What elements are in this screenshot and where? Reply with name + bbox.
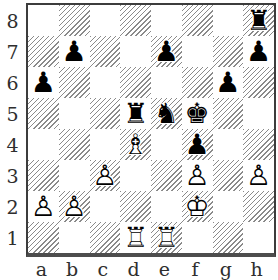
square-a8[interactable] (28, 5, 59, 36)
square-c7[interactable] (90, 36, 121, 67)
square-g6[interactable]: ♟ (213, 67, 244, 98)
rank-labels: 87654321 (0, 5, 25, 253)
rank-label-3: 3 (0, 160, 25, 191)
square-f3[interactable]: ♙ (182, 160, 213, 191)
square-d2[interactable] (120, 191, 151, 222)
file-label-e: e (149, 257, 180, 280)
square-c2[interactable] (90, 191, 121, 222)
file-label-a: a (26, 257, 57, 280)
black-rook: ♜ (243, 5, 274, 36)
square-f7[interactable] (182, 36, 213, 67)
black-pawn: ♟ (59, 36, 90, 67)
square-a7[interactable] (28, 36, 59, 67)
square-g1[interactable] (213, 222, 244, 253)
chess-board: ♜♟♟♟♟♟♜♞♚♗♟♙♙♙♙♙♔♖♖ (26, 3, 276, 257)
file-label-c: c (88, 257, 119, 280)
black-pawn: ♟ (151, 36, 182, 67)
white-bishop: ♗ (120, 129, 151, 160)
white-rook: ♖ (151, 222, 182, 253)
square-c6[interactable] (90, 67, 121, 98)
square-e3[interactable] (151, 160, 182, 191)
white-pawn: ♙ (182, 160, 213, 191)
square-b7[interactable]: ♟ (59, 36, 90, 67)
square-h8[interactable]: ♜ (243, 5, 274, 36)
square-c5[interactable] (90, 98, 121, 129)
square-d4[interactable]: ♗ (120, 129, 151, 160)
square-f4[interactable]: ♟ (182, 129, 213, 160)
square-f5[interactable]: ♚ (182, 98, 213, 129)
rank-label-7: 7 (0, 36, 25, 67)
file-labels: abcdefgh (26, 257, 272, 280)
rank-label-2: 2 (0, 191, 25, 222)
file-label-d: d (118, 257, 149, 280)
white-rook: ♖ (120, 222, 151, 253)
square-b3[interactable] (59, 160, 90, 191)
square-a1[interactable] (28, 222, 59, 253)
square-d6[interactable] (120, 67, 151, 98)
file-label-b: b (57, 257, 88, 280)
square-c3[interactable]: ♙ (90, 160, 121, 191)
square-a6[interactable]: ♟ (28, 67, 59, 98)
square-e5[interactable]: ♞ (151, 98, 182, 129)
black-pawn: ♟ (213, 67, 244, 98)
square-a4[interactable] (28, 129, 59, 160)
white-pawn: ♙ (90, 160, 121, 191)
rank-label-8: 8 (0, 5, 25, 36)
square-h7[interactable]: ♟ (243, 36, 274, 67)
white-pawn: ♙ (28, 191, 59, 222)
rank-label-4: 4 (0, 129, 25, 160)
square-d3[interactable] (120, 160, 151, 191)
square-a2[interactable]: ♙ (28, 191, 59, 222)
square-e1[interactable]: ♖ (151, 222, 182, 253)
square-d5[interactable]: ♜ (120, 98, 151, 129)
rank-label-5: 5 (0, 98, 25, 129)
square-g7[interactable] (213, 36, 244, 67)
file-label-f: f (180, 257, 211, 280)
square-b5[interactable] (59, 98, 90, 129)
square-a5[interactable] (28, 98, 59, 129)
square-h1[interactable] (243, 222, 274, 253)
square-g2[interactable] (213, 191, 244, 222)
square-e8[interactable] (151, 5, 182, 36)
square-c1[interactable] (90, 222, 121, 253)
file-label-h: h (241, 257, 272, 280)
file-label-g: g (211, 257, 242, 280)
square-b6[interactable] (59, 67, 90, 98)
white-pawn: ♙ (59, 191, 90, 222)
square-b2[interactable]: ♙ (59, 191, 90, 222)
square-h3[interactable]: ♙ (243, 160, 274, 191)
square-g8[interactable] (213, 5, 244, 36)
black-king: ♚ (182, 98, 213, 129)
rank-label-1: 1 (0, 222, 25, 253)
square-h5[interactable] (243, 98, 274, 129)
square-h6[interactable] (243, 67, 274, 98)
square-b8[interactable] (59, 5, 90, 36)
square-f8[interactable] (182, 5, 213, 36)
rank-label-6: 6 (0, 67, 25, 98)
square-h4[interactable] (243, 129, 274, 160)
square-e6[interactable] (151, 67, 182, 98)
square-d7[interactable] (120, 36, 151, 67)
black-pawn: ♟ (182, 129, 213, 160)
square-d8[interactable] (120, 5, 151, 36)
square-g4[interactable] (213, 129, 244, 160)
square-e2[interactable] (151, 191, 182, 222)
black-rook: ♜ (120, 98, 151, 129)
square-h2[interactable] (243, 191, 274, 222)
white-pawn: ♙ (243, 160, 274, 191)
square-e7[interactable]: ♟ (151, 36, 182, 67)
white-king: ♔ (182, 191, 213, 222)
square-f1[interactable] (182, 222, 213, 253)
black-pawn: ♟ (243, 36, 274, 67)
square-f6[interactable] (182, 67, 213, 98)
square-e4[interactable] (151, 129, 182, 160)
square-g3[interactable] (213, 160, 244, 191)
square-f2[interactable]: ♔ (182, 191, 213, 222)
square-c4[interactable] (90, 129, 121, 160)
square-d1[interactable]: ♖ (120, 222, 151, 253)
square-a3[interactable] (28, 160, 59, 191)
chess-diagram: 87654321 ♜♟♟♟♟♟♜♞♚♗♟♙♙♙♙♙♔♖♖ abcdefgh (0, 0, 278, 280)
square-b1[interactable] (59, 222, 90, 253)
square-g5[interactable] (213, 98, 244, 129)
black-pawn: ♟ (28, 67, 59, 98)
square-c8[interactable] (90, 5, 121, 36)
square-b4[interactable] (59, 129, 90, 160)
black-knight: ♞ (151, 98, 182, 129)
